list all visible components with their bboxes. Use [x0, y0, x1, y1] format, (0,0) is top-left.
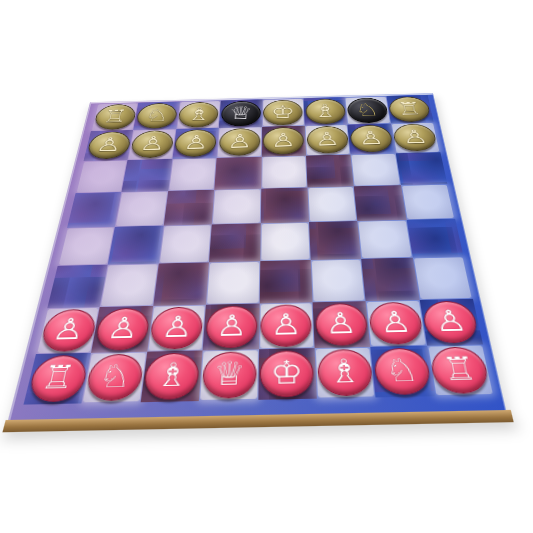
square-c8[interactable]: ♗ [177, 101, 220, 128]
square-c2[interactable]: ♙ [148, 305, 205, 350]
square-g8[interactable]: ♘ [346, 97, 390, 124]
square-g2[interactable]: ♙ [367, 300, 425, 345]
square-b4[interactable] [108, 226, 163, 265]
square-g6[interactable] [352, 154, 400, 186]
square-d3[interactable] [207, 262, 259, 303]
piece-black-rook-h8[interactable]: ♖ [388, 96, 432, 122]
pawn-icon: ♙ [94, 135, 123, 156]
square-g1[interactable]: ♘ [371, 345, 435, 397]
piece-black-knight-g8[interactable]: ♘ [346, 97, 389, 123]
square-b8[interactable]: ♘ [133, 102, 179, 130]
pawn-icon: ♙ [105, 313, 141, 345]
square-c3[interactable] [153, 263, 209, 306]
piece-white-knight-g1[interactable]: ♘ [373, 348, 433, 396]
piece-black-pawn-c7[interactable]: ♙ [174, 129, 217, 157]
rook-icon: ♖ [440, 352, 480, 387]
square-f7[interactable]: ♙ [306, 125, 350, 154]
pawn-icon: ♙ [160, 312, 194, 344]
pawn-icon: ♙ [138, 134, 166, 155]
square-d7[interactable]: ♙ [218, 127, 261, 156]
piece-white-queen-d1[interactable]: ♕ [201, 351, 256, 399]
piece-white-rook-h1[interactable]: ♖ [429, 346, 492, 394]
square-a1[interactable]: ♖ [23, 353, 91, 405]
piece-white-pawn-b2[interactable]: ♙ [94, 307, 151, 350]
pawn-icon: ♙ [271, 131, 296, 152]
square-f4[interactable] [309, 221, 362, 260]
square-e5[interactable] [260, 187, 309, 223]
square-e8[interactable]: ♔ [263, 99, 304, 126]
square-f1[interactable]: ♗ [316, 348, 375, 398]
piece-white-pawn-a2[interactable]: ♙ [38, 309, 98, 352]
square-b5[interactable] [116, 191, 167, 226]
square-e6[interactable] [262, 156, 307, 188]
square-a5[interactable] [67, 192, 122, 228]
square-b1[interactable]: ♘ [83, 352, 146, 402]
pawn-icon: ♙ [215, 310, 247, 342]
piece-black-pawn-b7[interactable]: ♙ [130, 130, 175, 158]
square-c5[interactable] [163, 190, 214, 226]
bishop-icon: ♗ [186, 105, 212, 124]
piece-white-rook-a1[interactable]: ♖ [26, 355, 89, 403]
square-h1[interactable]: ♖ [428, 345, 493, 395]
piece-black-knight-b8[interactable]: ♘ [135, 103, 178, 129]
pawn-icon: ♙ [432, 306, 469, 338]
square-a6[interactable] [77, 160, 127, 192]
square-h5[interactable] [402, 185, 454, 220]
piece-white-bishop-f1[interactable]: ♗ [316, 349, 373, 397]
square-h7[interactable]: ♙ [392, 123, 440, 152]
square-a3[interactable] [47, 265, 108, 308]
chess-board: ♖♘♗♕♔♗♘♖♙♙♙♙♙♙♙♙♙♙♙♙♙♙♙♙♖♘♗♕♔♗♘♖ [8, 93, 506, 420]
knight-icon: ♘ [96, 360, 134, 395]
knight-icon: ♘ [354, 101, 380, 120]
pawn-icon: ♙ [357, 128, 385, 149]
square-c7[interactable]: ♙ [172, 128, 219, 159]
square-h3[interactable] [414, 257, 472, 298]
piece-white-king-e1[interactable]: ♔ [260, 350, 315, 398]
pawn-icon: ♙ [50, 314, 88, 346]
bishop-icon: ♗ [154, 358, 190, 393]
piece-black-bishop-c8[interactable]: ♗ [178, 102, 220, 128]
square-c4[interactable] [160, 225, 211, 263]
piece-black-pawn-e7[interactable]: ♙ [263, 127, 305, 155]
piece-white-pawn-c2[interactable]: ♙ [149, 306, 204, 349]
piece-white-pawn-d2[interactable]: ♙ [205, 305, 258, 348]
square-h6[interactable] [395, 152, 447, 185]
square-e1[interactable]: ♔ [258, 348, 317, 400]
piece-black-pawn-a7[interactable]: ♙ [85, 131, 131, 159]
square-a4[interactable] [59, 228, 114, 266]
square-h4[interactable] [406, 219, 463, 258]
piece-black-pawn-g7[interactable]: ♙ [349, 125, 394, 153]
piece-black-pawn-d7[interactable]: ♙ [218, 128, 260, 156]
piece-black-queen-d8[interactable]: ♕ [220, 101, 260, 127]
square-d4[interactable] [209, 223, 260, 262]
square-e3[interactable] [259, 260, 312, 303]
pawn-icon: ♙ [314, 130, 340, 151]
bishop-icon: ♗ [313, 102, 338, 121]
pawn-icon: ♙ [378, 307, 413, 339]
square-a8[interactable]: ♖ [92, 103, 138, 130]
king-icon: ♔ [270, 356, 303, 391]
square-e7[interactable]: ♙ [261, 126, 306, 157]
square-d6[interactable] [214, 156, 261, 189]
piece-white-pawn-h2[interactable]: ♙ [421, 300, 480, 343]
piece-black-rook-a8[interactable]: ♖ [93, 104, 137, 130]
pawn-icon: ♙ [227, 132, 253, 153]
square-b6[interactable] [122, 159, 172, 192]
square-g7[interactable]: ♙ [348, 124, 396, 155]
king-icon: ♔ [271, 103, 295, 122]
rook-icon: ♖ [396, 100, 424, 119]
square-b2[interactable]: ♙ [91, 305, 153, 352]
pawn-icon: ♙ [182, 133, 209, 154]
board-wood-edge [2, 410, 513, 432]
square-e4[interactable] [261, 223, 310, 261]
square-b7[interactable]: ♙ [129, 130, 175, 159]
square-a7[interactable]: ♙ [84, 130, 134, 161]
square-f5[interactable] [308, 187, 356, 222]
piece-white-pawn-g2[interactable]: ♙ [368, 301, 425, 344]
square-d1[interactable]: ♕ [200, 350, 257, 400]
square-f3[interactable] [312, 260, 365, 301]
square-g5[interactable] [354, 185, 406, 221]
queen-icon: ♕ [228, 104, 253, 123]
square-h2[interactable]: ♙ [419, 298, 483, 345]
board-grid: ♖♘♗♕♔♗♘♖♙♙♙♙♙♙♙♙♙♙♙♙♙♙♙♙♖♘♗♕♔♗♘♖ [23, 95, 494, 404]
square-c1[interactable]: ♗ [140, 350, 202, 402]
square-b3[interactable] [101, 265, 157, 306]
square-h8[interactable]: ♖ [386, 95, 434, 123]
piece-white-bishop-c1[interactable]: ♗ [143, 352, 201, 400]
rook-icon: ♖ [38, 361, 78, 396]
square-f2[interactable]: ♙ [312, 301, 370, 348]
square-e2[interactable]: ♙ [260, 303, 314, 348]
piece-black-pawn-h7[interactable]: ♙ [392, 124, 438, 152]
square-f8[interactable]: ♗ [303, 97, 347, 125]
square-d5[interactable] [213, 189, 260, 224]
bishop-icon: ♗ [327, 355, 362, 390]
pawn-icon: ♙ [401, 127, 430, 148]
square-a2[interactable]: ♙ [37, 308, 99, 353]
pawn-icon: ♙ [271, 309, 303, 341]
knight-icon: ♘ [384, 354, 421, 389]
piece-black-king-e8[interactable]: ♔ [263, 100, 303, 126]
piece-white-knight-b1[interactable]: ♘ [84, 353, 145, 401]
photo-scene: ♖♘♗♕♔♗♘♖♙♙♙♙♙♙♙♙♙♙♙♙♙♙♙♙♖♘♗♕♔♗♘♖ [0, 0, 533, 533]
rook-icon: ♖ [101, 107, 129, 126]
square-f6[interactable] [306, 154, 354, 187]
square-c6[interactable] [169, 158, 216, 190]
queen-icon: ♕ [212, 357, 246, 392]
square-d2[interactable]: ♙ [203, 303, 259, 350]
knight-icon: ♘ [143, 106, 170, 125]
pawn-icon: ♙ [324, 308, 357, 340]
square-d8[interactable]: ♕ [219, 100, 262, 128]
piece-black-pawn-f7[interactable]: ♙ [306, 126, 349, 154]
square-g4[interactable] [359, 221, 412, 259]
piece-black-bishop-f8[interactable]: ♗ [305, 99, 346, 125]
piece-white-pawn-f2[interactable]: ♙ [314, 303, 368, 346]
square-g3[interactable] [361, 258, 419, 301]
piece-white-pawn-e2[interactable]: ♙ [260, 304, 312, 347]
